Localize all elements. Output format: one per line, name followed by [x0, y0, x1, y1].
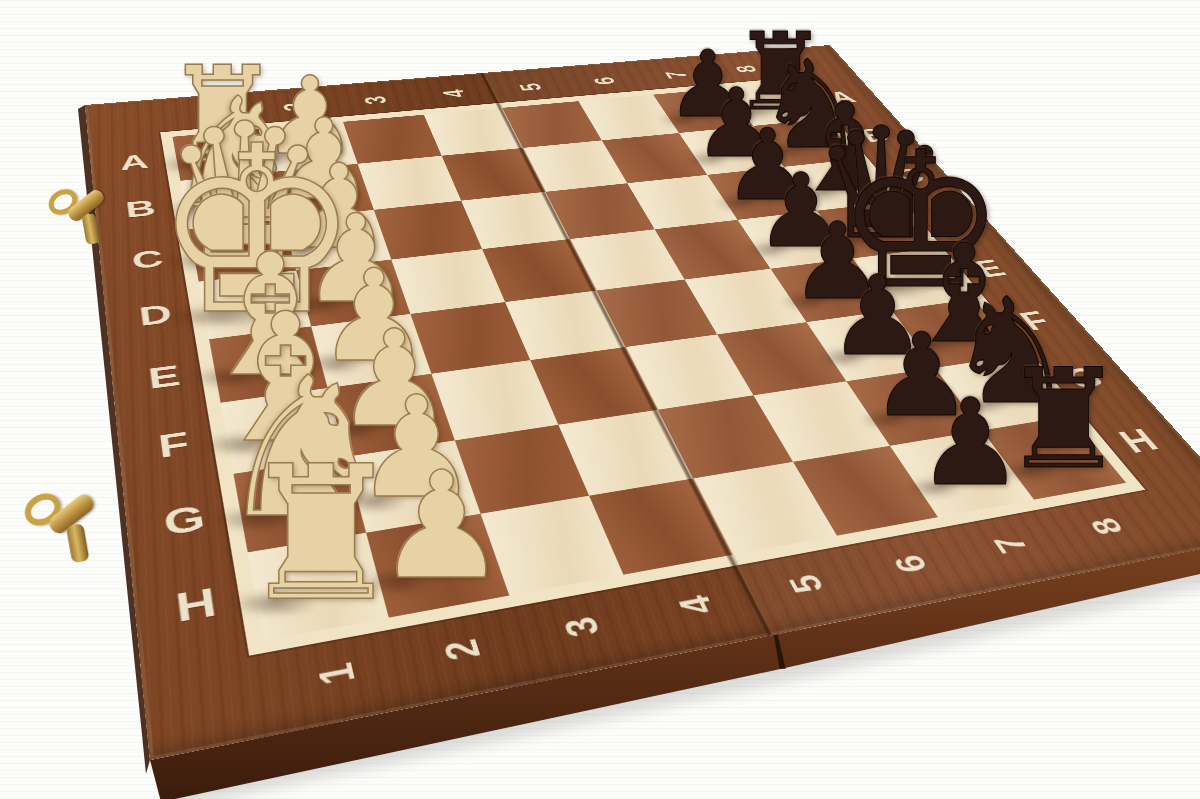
coord-top-6: 6: [588, 76, 623, 86]
piece-black-pawn-h7[interactable]: ♟: [917, 383, 1024, 503]
coord-top-4: 4: [437, 88, 473, 98]
coord-bottom-3: 3: [555, 613, 611, 640]
coord-bottom-5: 5: [780, 571, 834, 596]
product-photo-scene: ABCDEFGHABCDEFGH1234567812345678 ♜♟♞♟♟♜♝…: [0, 0, 1200, 799]
coord-bottom-4: 4: [670, 591, 725, 617]
coord-bottom-6: 6: [885, 551, 938, 575]
coord-top-5: 5: [513, 82, 548, 92]
coord-bottom-7: 7: [986, 533, 1038, 556]
piece-white-rook-h1[interactable]: ♜: [238, 442, 405, 628]
coord-left-F: F: [156, 425, 191, 465]
coord-bottom-2: 2: [434, 635, 491, 663]
coord-left-H: H: [173, 580, 219, 631]
coord-left-G: G: [161, 498, 207, 544]
coord-left-A: A: [118, 150, 150, 175]
coord-bottom-8: 8: [1082, 515, 1133, 537]
coord-bottom-1: 1: [308, 659, 366, 688]
